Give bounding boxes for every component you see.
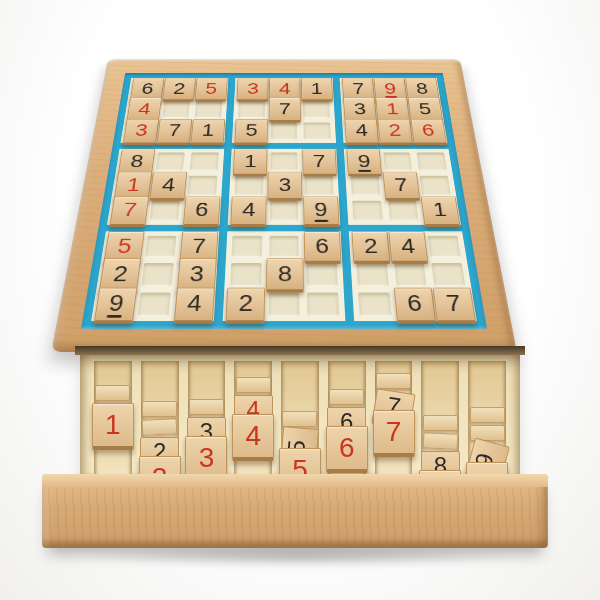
stacked-tile-block[interactable]	[376, 373, 411, 389]
cell-r1c7[interactable]: 7	[344, 81, 372, 98]
tile-drawer: 12233445566778899	[80, 352, 520, 478]
tray-slot-6[interactable]: 66	[328, 361, 366, 478]
cell-r9c8[interactable]: 6	[396, 291, 432, 316]
tile-digit: 7	[386, 418, 402, 446]
tile-7[interactable]: 7	[157, 119, 193, 145]
cell-recess	[356, 263, 388, 285]
cell-r8c3[interactable]: 3	[178, 263, 212, 287]
stacked-tile-block[interactable]	[282, 411, 317, 427]
cell-r1c6[interactable]: 1	[302, 81, 330, 98]
tile-digit: 4	[137, 102, 151, 118]
tile-3[interactable]: 3	[237, 78, 269, 102]
cell-r7c4[interactable]	[231, 235, 263, 258]
tile-digit: 4	[186, 293, 202, 316]
tile-digit: 6	[339, 434, 355, 462]
cell-r7c3[interactable]: 7	[181, 235, 214, 258]
tray-slot-7[interactable]: 77	[375, 361, 413, 478]
cell-recess	[141, 263, 174, 285]
stacked-tile-block[interactable]	[329, 389, 364, 405]
tile-1[interactable]: 1	[301, 78, 333, 102]
tile-1[interactable]: 1	[420, 196, 460, 226]
tray-tile-1[interactable]: 1	[92, 403, 134, 450]
cell-recess	[420, 176, 451, 195]
cell-r5c2[interactable]: 4	[151, 175, 183, 195]
cell-r2c9[interactable]: 5	[409, 101, 439, 119]
cell-r9c5[interactable]	[267, 291, 301, 316]
cell-recess	[352, 200, 382, 220]
cell-recess	[269, 236, 299, 257]
cell-r2c4[interactable]	[237, 101, 265, 119]
tile-digit: 6	[421, 123, 436, 139]
cell-r6c3[interactable]: 6	[184, 200, 216, 221]
cell-recess	[305, 176, 334, 195]
cell-recess	[162, 101, 190, 117]
cell-r1c9[interactable]: 8	[407, 81, 437, 98]
tile-2[interactable]: 2	[226, 288, 266, 324]
tray-slot-9[interactable]: 99	[468, 361, 506, 478]
tray-slot-8[interactable]: 88	[421, 361, 459, 478]
board-3d-wrap: 6254371341757983154268147617349971572394…	[51, 59, 517, 352]
cell-recess	[230, 263, 261, 285]
box-8: 682	[223, 231, 346, 321]
tile-7[interactable]: 7	[302, 149, 337, 177]
tile-stack: 44	[230, 377, 276, 461]
cell-r9c9[interactable]: 7	[434, 291, 471, 316]
cell-r4c6[interactable]: 7	[303, 152, 333, 171]
tile-digit: 5	[205, 81, 218, 96]
tile-digit: 1	[126, 176, 142, 194]
stacked-tile-block[interactable]	[142, 418, 178, 436]
cell-r8c9[interactable]	[431, 263, 467, 287]
cell-r8c2[interactable]	[140, 263, 175, 287]
stacked-tile-block[interactable]	[422, 432, 458, 450]
cell-r7c5[interactable]	[268, 235, 300, 258]
cell-r2c1[interactable]: 4	[129, 101, 159, 119]
tile-digit: 8	[278, 264, 292, 285]
tile-3[interactable]: 3	[267, 172, 302, 201]
tile-digit: 3	[354, 102, 367, 118]
cell-r2c2[interactable]	[161, 101, 191, 119]
cell-r5c6[interactable]	[304, 175, 335, 195]
nine-underline-mark	[359, 170, 372, 172]
cell-r5c3[interactable]	[187, 175, 218, 195]
cell-recess	[307, 263, 338, 285]
cell-r6c6[interactable]: 9	[304, 200, 335, 221]
tile-7[interactable]: 7	[432, 288, 476, 324]
tile-digit: 1	[386, 102, 400, 118]
box-4: 81476	[107, 149, 224, 225]
cell-r5c4[interactable]	[234, 175, 265, 195]
tile-digit: 4	[161, 176, 176, 194]
tile-5[interactable]: 5	[235, 119, 269, 145]
cell-recess	[156, 152, 186, 170]
tile-digit: 9	[384, 81, 397, 96]
tile-digit: 3	[247, 81, 259, 96]
cell-r7c8[interactable]: 4	[390, 235, 424, 258]
cell-recess	[303, 101, 330, 117]
tile-digit: 8	[415, 81, 429, 96]
cell-r8c4[interactable]	[229, 263, 262, 287]
cell-r8c8[interactable]	[393, 263, 428, 287]
cell-r1c2[interactable]: 2	[164, 81, 193, 98]
cell-r2c6[interactable]	[302, 101, 330, 119]
tile-digit: 6	[141, 81, 155, 96]
tile-2[interactable]: 2	[162, 78, 196, 102]
cell-r6c8[interactable]	[387, 200, 420, 221]
tile-4[interactable]: 4	[173, 288, 214, 324]
cell-r9c6[interactable]	[306, 291, 340, 316]
cell-recess	[304, 122, 331, 139]
cell-r5c1[interactable]: 1	[116, 175, 149, 195]
tile-digit: 3	[134, 123, 149, 139]
tile-digit: 1	[432, 201, 448, 220]
cell-r3c4[interactable]: 5	[236, 122, 265, 140]
cell-r6c9[interactable]: 1	[422, 200, 456, 221]
tile-digit: 7	[394, 176, 409, 194]
tile-4[interactable]: 4	[149, 172, 187, 201]
cell-r3c3[interactable]: 1	[192, 122, 222, 140]
tile-digit: 2	[363, 236, 378, 256]
cell-recess	[268, 292, 300, 316]
tile-digit: 6	[406, 293, 423, 316]
tile-2[interactable]: 2	[352, 231, 391, 263]
cell-r6c1[interactable]: 7	[112, 200, 146, 221]
tile-digit: 4	[400, 236, 416, 256]
tray-tile-6[interactable]: 6	[326, 426, 368, 473]
cell-r8c1[interactable]: 2	[102, 263, 138, 287]
sudoku-grid: 6254371341757983154268147617349971572394…	[81, 73, 487, 329]
tile-digit: 7	[279, 102, 291, 118]
tile-digit: 1	[310, 81, 322, 96]
tile-digit: 6	[315, 236, 329, 256]
tile-7[interactable]: 7	[383, 172, 421, 201]
tile-digit: 3	[189, 264, 205, 285]
cell-r5c5[interactable]: 3	[269, 175, 299, 195]
cell-recess	[271, 122, 298, 139]
cell-r4c3[interactable]	[189, 152, 220, 171]
tile-digit: 1	[201, 123, 215, 139]
tile-digit: 3	[278, 176, 291, 194]
box-5: 17349	[228, 149, 341, 225]
cell-recess	[238, 101, 265, 117]
cell-r9c2[interactable]	[136, 291, 172, 316]
tile-digit: 6	[194, 201, 209, 220]
tile-digit: 2	[112, 264, 129, 285]
tile-digit: 7	[445, 293, 463, 316]
cell-recess	[358, 292, 391, 316]
cell-r7c1[interactable]: 5	[106, 235, 141, 258]
tile-8[interactable]: 8	[266, 259, 304, 293]
cell-r9c7[interactable]	[357, 291, 392, 316]
cell-r6c2[interactable]	[148, 200, 181, 221]
cell-r9c4[interactable]: 2	[228, 291, 262, 316]
cell-recess	[388, 200, 419, 220]
cell-r9c3[interactable]: 4	[176, 291, 211, 316]
tile-3[interactable]: 3	[123, 119, 159, 145]
tile-digit: 9	[107, 293, 125, 316]
box-2: 34175	[232, 78, 336, 143]
cell-r1c5[interactable]: 4	[270, 81, 297, 98]
cell-r3c8[interactable]: 2	[379, 122, 409, 140]
cell-r9c1[interactable]: 9	[97, 291, 134, 316]
tile-digit: 2	[238, 293, 253, 316]
drawer-slots: 12233445566778899	[94, 361, 506, 478]
tile-digit: 7	[312, 153, 325, 170]
box-1: 6254371	[120, 78, 228, 143]
cell-r3c1[interactable]: 3	[125, 122, 156, 140]
tray-tile-4[interactable]: 4	[232, 414, 274, 461]
cell-r6c5[interactable]	[269, 200, 300, 221]
tray-slot-3[interactable]: 33	[188, 361, 226, 478]
stacked-tile-block[interactable]	[423, 415, 458, 431]
cell-r7c2[interactable]	[144, 235, 178, 258]
tile-digit: 4	[279, 81, 291, 96]
tile-2[interactable]: 2	[377, 119, 413, 145]
tray-slot-5[interactable]: 55	[281, 361, 319, 478]
tile-digit: 9	[314, 201, 328, 220]
cell-r8c7[interactable]	[355, 263, 389, 287]
cell-r5c8[interactable]: 7	[384, 175, 416, 195]
tile-1[interactable]: 1	[233, 149, 268, 177]
cell-r7c9[interactable]	[427, 235, 462, 258]
cell-recess	[188, 176, 218, 195]
tile-stack: 33	[183, 399, 229, 483]
tile-4[interactable]: 4	[345, 119, 380, 145]
nine-underline-mark	[314, 220, 327, 222]
cell-recess	[149, 200, 180, 220]
tile-digit: 3	[199, 444, 215, 472]
cell-recess	[432, 263, 466, 285]
stacked-tile-block[interactable]	[470, 407, 505, 423]
tile-1[interactable]: 1	[190, 119, 225, 145]
cell-recess	[195, 101, 222, 117]
box-7: 572394	[91, 231, 219, 321]
cell-recess	[307, 292, 339, 316]
cell-r3c7[interactable]: 4	[346, 122, 376, 140]
cell-recess	[351, 176, 381, 195]
cell-recess	[190, 152, 219, 170]
cell-r2c7[interactable]: 3	[345, 101, 374, 119]
tile-digit: 4	[242, 201, 256, 220]
tile-digit: 5	[116, 236, 133, 256]
tray-tile-7[interactable]: 7	[373, 410, 415, 457]
cell-r5c9[interactable]	[419, 175, 452, 195]
tile-digit: 9	[357, 153, 371, 170]
tile-digit: 4	[245, 422, 261, 450]
tile-stack: 77	[371, 373, 417, 457]
tile-6[interactable]: 6	[394, 288, 437, 324]
cell-recess	[417, 152, 447, 170]
cell-r8c6[interactable]	[306, 263, 339, 287]
tile-6[interactable]: 6	[410, 119, 446, 145]
cell-r5c7[interactable]	[350, 175, 381, 195]
tile-digit: 7	[191, 236, 206, 256]
cell-r4c2[interactable]	[155, 152, 186, 171]
cell-recess	[270, 152, 298, 170]
cell-r4c5[interactable]	[269, 152, 298, 171]
cell-recess	[428, 236, 461, 257]
cell-r2c5[interactable]: 7	[270, 101, 298, 119]
tile-4[interactable]: 4	[231, 196, 267, 226]
cell-r3c9[interactable]: 6	[412, 122, 443, 140]
cell-r1c8[interactable]: 9	[375, 81, 404, 98]
cell-r1c4[interactable]: 3	[238, 81, 266, 98]
cell-r7c7[interactable]: 2	[353, 235, 386, 258]
tile-digit: 7	[352, 81, 365, 96]
cell-recess	[383, 152, 413, 170]
tile-digit: 1	[105, 411, 121, 439]
tile-6[interactable]: 6	[303, 231, 341, 263]
stacked-tile-block[interactable]	[95, 385, 130, 401]
cell-r6c4[interactable]: 4	[232, 200, 263, 221]
cell-recess	[394, 263, 427, 285]
tile-6[interactable]: 6	[182, 196, 220, 226]
box-9: 2467	[349, 231, 477, 321]
box-6: 971	[344, 149, 461, 225]
cell-r4c9[interactable]	[416, 152, 448, 171]
cell-r8c5[interactable]: 8	[268, 263, 301, 287]
tile-9[interactable]: 9	[347, 149, 383, 177]
tile-7[interactable]: 7	[269, 98, 301, 123]
cell-r2c8[interactable]: 1	[377, 101, 407, 119]
tile-stack: 66	[324, 389, 370, 473]
cell-r4c1[interactable]: 8	[120, 152, 152, 171]
tile-digit: 7	[168, 123, 182, 139]
board-frame: 6254371341757983154268147617349971572394…	[51, 59, 517, 352]
cell-recess	[234, 176, 263, 195]
stacked-tile-block[interactable]	[189, 399, 224, 415]
tile-digit: 7	[122, 201, 138, 220]
cell-r4c7[interactable]: 9	[348, 152, 379, 171]
tile-digit: 4	[355, 123, 369, 139]
tile-digit: 2	[173, 81, 186, 96]
cell-recess	[137, 292, 171, 316]
tile-9[interactable]: 9	[303, 196, 339, 226]
tile-digit: 1	[244, 153, 257, 170]
tray-slot-4[interactable]: 44	[234, 361, 272, 478]
box-3: 798315426	[340, 78, 448, 143]
cell-r1c3[interactable]: 5	[196, 81, 224, 98]
nine-underline-mark	[107, 315, 122, 318]
tile-digit: 5	[245, 123, 258, 139]
cell-r1c1[interactable]: 6	[132, 81, 162, 98]
cell-recess	[269, 200, 298, 220]
tile-digit: 2	[388, 123, 402, 139]
tray-slot-2[interactable]: 22	[141, 361, 179, 478]
cell-r2c3[interactable]	[194, 101, 223, 119]
tile-5[interactable]: 5	[194, 78, 227, 102]
tile-stack: 1	[90, 385, 136, 450]
cell-r6c7[interactable]	[351, 200, 383, 221]
cell-r3c2[interactable]: 7	[159, 122, 189, 140]
tile-9[interactable]: 9	[94, 288, 138, 324]
cell-r3c5[interactable]	[270, 122, 299, 140]
cell-recess	[232, 236, 263, 257]
cell-r7c6[interactable]: 6	[305, 235, 337, 258]
tile-7[interactable]: 7	[110, 196, 150, 226]
cell-recess	[145, 236, 177, 257]
tile-4[interactable]: 4	[388, 231, 428, 263]
cell-r3c6[interactable]	[303, 122, 332, 140]
tray-slot-1[interactable]: 1	[94, 361, 132, 478]
tile-digit: 5	[418, 102, 432, 118]
sudoku-product-scene: 6254371341757983154268147617349971572394…	[0, 0, 600, 600]
cell-r4c4[interactable]: 1	[235, 152, 265, 171]
tile-digit: 8	[129, 153, 144, 170]
drawer-front-handle[interactable]	[42, 474, 548, 548]
cell-r4c8[interactable]	[382, 152, 413, 171]
stacked-tile-block[interactable]	[236, 377, 271, 393]
stacked-tile-block[interactable]	[142, 401, 177, 417]
